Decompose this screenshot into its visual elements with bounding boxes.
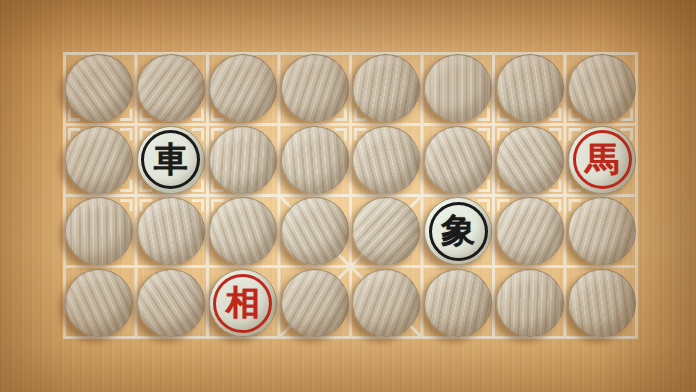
cell-r1c5[interactable] (351, 52, 423, 124)
piece-face-down[interactable] (209, 54, 277, 122)
cell-r2c6[interactable] (422, 124, 494, 196)
cell-r3c2[interactable] (135, 196, 207, 268)
piece-face-down[interactable] (65, 269, 133, 337)
cell-r1c1[interactable] (63, 52, 135, 124)
cell-r1c7[interactable] (494, 52, 566, 124)
piece-face-down[interactable] (209, 126, 277, 194)
cell-r3c1[interactable] (63, 196, 135, 268)
cell-r2c4[interactable] (279, 124, 351, 196)
piece-face-down[interactable] (209, 197, 277, 265)
cell-r3c7[interactable] (494, 196, 566, 268)
cell-r1c8[interactable] (566, 52, 638, 124)
cell-r2c8[interactable]: 馬 (566, 124, 638, 196)
pieces-layer: 車馬象相 (63, 52, 638, 339)
cell-r1c6[interactable] (422, 52, 494, 124)
piece-face-down[interactable] (424, 269, 492, 337)
table-background: 車馬象相 (0, 0, 696, 392)
piece-face-down[interactable] (568, 54, 636, 122)
cell-r4c3[interactable]: 相 (207, 267, 279, 339)
piece-red-minister[interactable]: 相 (209, 269, 277, 337)
piece-face-down[interactable] (352, 54, 420, 122)
piece-face-down[interactable] (424, 54, 492, 122)
piece-face-down[interactable] (496, 269, 564, 337)
piece-face-down[interactable] (424, 126, 492, 194)
piece-face-down[interactable] (281, 126, 349, 194)
piece-face-down[interactable] (65, 126, 133, 194)
cell-r3c8[interactable] (566, 196, 638, 268)
piece-red-horse[interactable]: 馬 (568, 126, 636, 194)
piece-face-down[interactable] (137, 197, 205, 265)
cell-r1c3[interactable] (207, 52, 279, 124)
cell-r4c1[interactable] (63, 267, 135, 339)
cell-r2c7[interactable] (494, 124, 566, 196)
cell-r3c4[interactable] (279, 196, 351, 268)
piece-face-down[interactable] (496, 197, 564, 265)
cell-r2c1[interactable] (63, 124, 135, 196)
piece-face-down[interactable] (352, 126, 420, 194)
piece-face-down[interactable] (281, 197, 349, 265)
piece-face-down[interactable] (137, 54, 205, 122)
banqi-board: 車馬象相 (63, 52, 638, 339)
cell-r2c5[interactable] (351, 124, 423, 196)
piece-face-down[interactable] (352, 197, 420, 265)
piece-character: 相 (210, 270, 276, 336)
piece-face-down[interactable] (496, 54, 564, 122)
piece-face-down[interactable] (496, 126, 564, 194)
piece-black-elephant[interactable]: 象 (424, 197, 492, 265)
piece-black-chariot[interactable]: 車 (137, 126, 205, 194)
piece-character: 車 (138, 127, 204, 193)
piece-face-down[interactable] (568, 197, 636, 265)
piece-face-down[interactable] (568, 269, 636, 337)
piece-face-down[interactable] (65, 54, 133, 122)
cell-r3c6[interactable]: 象 (422, 196, 494, 268)
cell-r4c5[interactable] (351, 267, 423, 339)
cell-r3c3[interactable] (207, 196, 279, 268)
piece-character: 馬 (569, 127, 635, 193)
piece-face-down[interactable] (65, 197, 133, 265)
cell-r2c2[interactable]: 車 (135, 124, 207, 196)
cell-r4c8[interactable] (566, 267, 638, 339)
cell-r4c4[interactable] (279, 267, 351, 339)
cell-r4c2[interactable] (135, 267, 207, 339)
cell-r4c7[interactable] (494, 267, 566, 339)
cell-r2c3[interactable] (207, 124, 279, 196)
cell-r3c5[interactable] (351, 196, 423, 268)
piece-character: 象 (425, 198, 491, 264)
cell-r4c6[interactable] (422, 267, 494, 339)
piece-face-down[interactable] (352, 269, 420, 337)
piece-face-down[interactable] (281, 54, 349, 122)
cell-r1c4[interactable] (279, 52, 351, 124)
cell-r1c2[interactable] (135, 52, 207, 124)
piece-face-down[interactable] (281, 269, 349, 337)
piece-face-down[interactable] (137, 269, 205, 337)
